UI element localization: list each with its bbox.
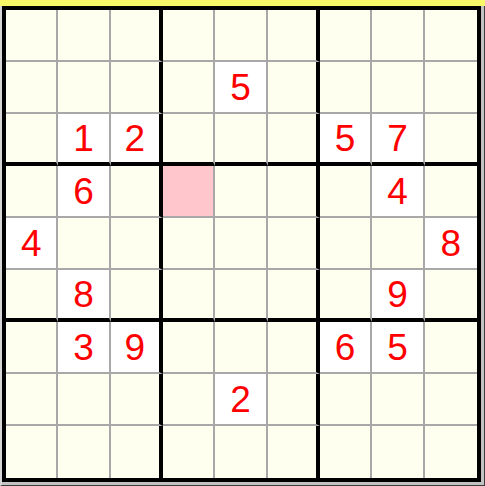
- cell-r5c1[interactable]: 4: [6, 218, 58, 270]
- cell-r2c6[interactable]: [268, 62, 320, 114]
- cell-r5c4[interactable]: [163, 218, 215, 270]
- cell-r8c6[interactable]: [268, 374, 320, 426]
- sudoku-board: 5125764488939652: [2, 6, 481, 482]
- cell-r8c9[interactable]: [425, 374, 477, 426]
- cell-r9c1[interactable]: [6, 426, 58, 478]
- cell-r4c5[interactable]: [215, 166, 267, 218]
- cell-r9c6[interactable]: [268, 426, 320, 478]
- cell-r5c9[interactable]: 8: [425, 218, 477, 270]
- cell-r6c7[interactable]: [320, 270, 372, 322]
- cell-r8c8[interactable]: [372, 374, 424, 426]
- cell-r2c4[interactable]: [163, 62, 215, 114]
- cell-r7c7[interactable]: 6: [320, 322, 372, 374]
- cell-r5c5[interactable]: [215, 218, 267, 270]
- cell-r3c4[interactable]: [163, 114, 215, 166]
- cell-r5c7[interactable]: [320, 218, 372, 270]
- cell-r4c7[interactable]: [320, 166, 372, 218]
- cell-r4c8[interactable]: 4: [372, 166, 424, 218]
- cell-r3c7[interactable]: 5: [320, 114, 372, 166]
- cell-r9c5[interactable]: [215, 426, 267, 478]
- board-frame: 5125764488939652: [0, 6, 485, 486]
- cell-r2c5[interactable]: 5: [215, 62, 267, 114]
- cell-r3c8[interactable]: 7: [372, 114, 424, 166]
- cell-r4c2[interactable]: 6: [58, 166, 110, 218]
- cell-r1c8[interactable]: [372, 10, 424, 62]
- cell-r9c9[interactable]: [425, 426, 477, 478]
- cell-r6c2[interactable]: 8: [58, 270, 110, 322]
- cell-r9c7[interactable]: [320, 426, 372, 478]
- cell-r3c3[interactable]: 2: [111, 114, 163, 166]
- cell-r1c9[interactable]: [425, 10, 477, 62]
- cell-r7c3[interactable]: 9: [111, 322, 163, 374]
- cell-r3c5[interactable]: [215, 114, 267, 166]
- cell-r6c4[interactable]: [163, 270, 215, 322]
- cell-r8c5[interactable]: 2: [215, 374, 267, 426]
- cell-r9c4[interactable]: [163, 426, 215, 478]
- cell-r2c7[interactable]: [320, 62, 372, 114]
- cell-r8c4[interactable]: [163, 374, 215, 426]
- cell-r6c1[interactable]: [6, 270, 58, 322]
- cell-r5c2[interactable]: [58, 218, 110, 270]
- cell-r6c6[interactable]: [268, 270, 320, 322]
- cell-r7c6[interactable]: [268, 322, 320, 374]
- cell-r4c6[interactable]: [268, 166, 320, 218]
- cell-r7c1[interactable]: [6, 322, 58, 374]
- cell-r2c2[interactable]: [58, 62, 110, 114]
- cell-r2c3[interactable]: [111, 62, 163, 114]
- cell-r1c5[interactable]: [215, 10, 267, 62]
- cell-r1c7[interactable]: [320, 10, 372, 62]
- cell-r1c3[interactable]: [111, 10, 163, 62]
- cell-r6c5[interactable]: [215, 270, 267, 322]
- cell-r5c6[interactable]: [268, 218, 320, 270]
- cell-r3c9[interactable]: [425, 114, 477, 166]
- cell-r7c5[interactable]: [215, 322, 267, 374]
- cell-r8c2[interactable]: [58, 374, 110, 426]
- cell-r8c3[interactable]: [111, 374, 163, 426]
- cell-r4c4[interactable]: [163, 166, 215, 218]
- cell-r2c1[interactable]: [6, 62, 58, 114]
- cell-r2c8[interactable]: [372, 62, 424, 114]
- cell-r7c8[interactable]: 5: [372, 322, 424, 374]
- cell-r4c3[interactable]: [111, 166, 163, 218]
- cell-r9c8[interactable]: [372, 426, 424, 478]
- cell-r3c1[interactable]: [6, 114, 58, 166]
- cell-r1c4[interactable]: [163, 10, 215, 62]
- cell-r6c8[interactable]: 9: [372, 270, 424, 322]
- cell-r1c6[interactable]: [268, 10, 320, 62]
- cell-r1c1[interactable]: [6, 10, 58, 62]
- page: { "game": { "type": "sudoku", "grid_size…: [0, 0, 485, 486]
- cell-r9c3[interactable]: [111, 426, 163, 478]
- cell-r1c2[interactable]: [58, 10, 110, 62]
- cell-r7c9[interactable]: [425, 322, 477, 374]
- cell-r5c8[interactable]: [372, 218, 424, 270]
- cell-r4c1[interactable]: [6, 166, 58, 218]
- cell-r5c3[interactable]: [111, 218, 163, 270]
- cell-r9c2[interactable]: [58, 426, 110, 478]
- cell-r7c2[interactable]: 3: [58, 322, 110, 374]
- cell-r8c7[interactable]: [320, 374, 372, 426]
- cell-r8c1[interactable]: [6, 374, 58, 426]
- cell-r3c2[interactable]: 1: [58, 114, 110, 166]
- cell-r6c9[interactable]: [425, 270, 477, 322]
- cell-r2c9[interactable]: [425, 62, 477, 114]
- cell-r3c6[interactable]: [268, 114, 320, 166]
- cell-r7c4[interactable]: [163, 322, 215, 374]
- cell-r4c9[interactable]: [425, 166, 477, 218]
- cell-r6c3[interactable]: [111, 270, 163, 322]
